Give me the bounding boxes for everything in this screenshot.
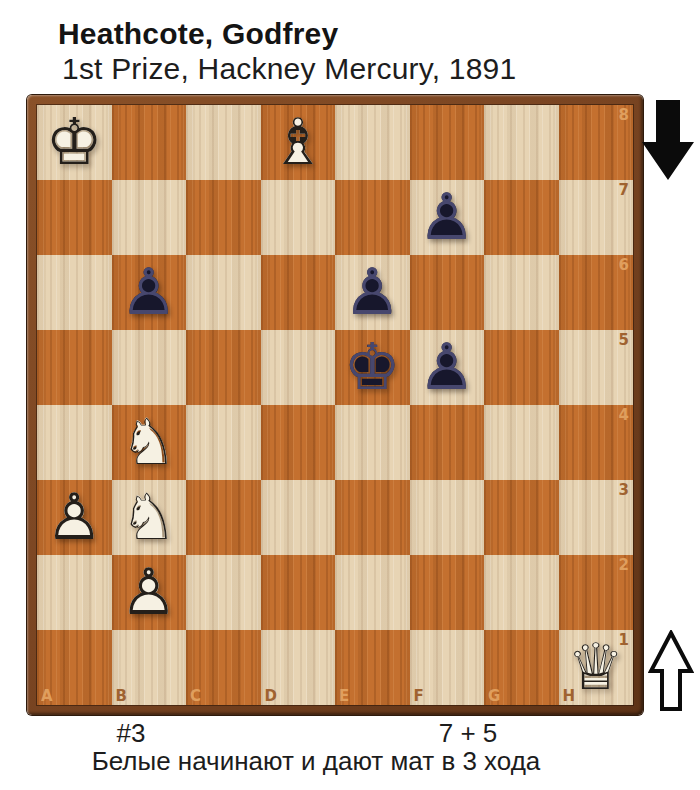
square-c5[interactable] xyxy=(186,330,261,405)
square-c1[interactable]: C xyxy=(186,630,261,705)
file-label-E: E xyxy=(339,687,349,705)
black-pawn-f7[interactable]: ♟♙ xyxy=(410,180,485,255)
file-label-G: G xyxy=(488,687,500,705)
rank-label-5: 5 xyxy=(619,331,629,349)
black-pawn-f5[interactable]: ♟♙ xyxy=(410,330,485,405)
square-f6[interactable] xyxy=(410,255,485,330)
file-label-C: C xyxy=(190,687,201,705)
white-knight-b4[interactable]: ♞♘ xyxy=(112,405,187,480)
white-bishop-d8[interactable]: ♝♗ xyxy=(261,105,336,180)
square-a8[interactable]: ♚♔ xyxy=(37,105,112,180)
caption-text: Белые начинают и дают мат в 3 хода xyxy=(0,746,632,777)
square-h7[interactable]: 7 xyxy=(559,180,634,255)
square-c8[interactable] xyxy=(186,105,261,180)
material-count: 7 + 5 xyxy=(437,718,499,749)
square-b6[interactable]: ♟♙ xyxy=(112,255,187,330)
square-d6[interactable] xyxy=(261,255,336,330)
rank-label-7: 7 xyxy=(619,181,629,199)
square-g6[interactable] xyxy=(484,255,559,330)
knight-glyph-outline: ♘ xyxy=(112,480,187,555)
rank-label-3: 3 xyxy=(619,481,629,499)
square-d2[interactable] xyxy=(261,555,336,630)
page-subtitle: 1st Prize, Hackney Mercury, 1891 xyxy=(62,52,516,86)
chess-board: ♚♔♝♗8♟♙7♟♙♟♙6♚♔♟♙5♞♘4♟♙♞♘3♟♙2ABCDEFG1H♛♕ xyxy=(27,95,643,715)
square-f3[interactable] xyxy=(410,480,485,555)
pawn-glyph-outline: ♙ xyxy=(37,480,112,555)
square-f2[interactable] xyxy=(410,555,485,630)
bishop-glyph-outline: ♗ xyxy=(261,105,336,180)
white-pawn-a3[interactable]: ♟♙ xyxy=(37,480,112,555)
square-e8[interactable] xyxy=(335,105,410,180)
file-label-D: D xyxy=(265,687,277,705)
square-e5[interactable]: ♚♔ xyxy=(335,330,410,405)
square-h1[interactable]: 1H♛♕ xyxy=(559,630,634,705)
black-pawn-b6[interactable]: ♟♙ xyxy=(112,255,187,330)
square-b1[interactable]: B xyxy=(112,630,187,705)
square-g8[interactable] xyxy=(484,105,559,180)
pawn-glyph-outline: ♙ xyxy=(410,330,485,405)
king-glyph-outline: ♔ xyxy=(37,105,112,180)
white-pawn-b2[interactable]: ♟♙ xyxy=(112,555,187,630)
white-knight-b3[interactable]: ♞♘ xyxy=(112,480,187,555)
square-e3[interactable] xyxy=(335,480,410,555)
square-b8[interactable] xyxy=(112,105,187,180)
stipulation-mate-in-3: #3 xyxy=(101,718,161,749)
square-d3[interactable] xyxy=(261,480,336,555)
square-c3[interactable] xyxy=(186,480,261,555)
square-f4[interactable] xyxy=(410,405,485,480)
square-d4[interactable] xyxy=(261,405,336,480)
square-h3[interactable]: 3 xyxy=(559,480,634,555)
file-label-F: F xyxy=(414,687,424,705)
square-c6[interactable] xyxy=(186,255,261,330)
square-e6[interactable]: ♟♙ xyxy=(335,255,410,330)
square-e7[interactable] xyxy=(335,180,410,255)
square-a1[interactable]: A xyxy=(37,630,112,705)
square-c2[interactable] xyxy=(186,555,261,630)
square-f8[interactable] xyxy=(410,105,485,180)
rank-label-8: 8 xyxy=(619,106,629,124)
square-f7[interactable]: ♟♙ xyxy=(410,180,485,255)
square-a3[interactable]: ♟♙ xyxy=(37,480,112,555)
square-c4[interactable] xyxy=(186,405,261,480)
queen-glyph-outline: ♕ xyxy=(559,630,634,705)
rank-label-2: 2 xyxy=(619,556,629,574)
square-a2[interactable] xyxy=(37,555,112,630)
black-down-arrow-icon xyxy=(642,100,694,180)
board-grid: ♚♔♝♗8♟♙7♟♙♟♙6♚♔♟♙5♞♘4♟♙♞♘3♟♙2ABCDEFG1H♛♕ xyxy=(37,105,633,705)
file-label-B: B xyxy=(116,687,127,705)
square-h2[interactable]: 2 xyxy=(559,555,634,630)
white-up-arrow-icon xyxy=(648,630,694,712)
square-a7[interactable] xyxy=(37,180,112,255)
white-queen-h1[interactable]: ♛♕ xyxy=(559,630,634,705)
square-g3[interactable] xyxy=(484,480,559,555)
king-glyph-outline: ♔ xyxy=(335,330,410,405)
pawn-glyph-outline: ♙ xyxy=(112,555,187,630)
square-g1[interactable]: G xyxy=(484,630,559,705)
pawn-glyph-outline: ♙ xyxy=(410,180,485,255)
square-b7[interactable] xyxy=(112,180,187,255)
chess-problem-page: Heathcote, Godfrey 1st Prize, Hackney Me… xyxy=(0,0,700,790)
square-a4[interactable] xyxy=(37,405,112,480)
square-g4[interactable] xyxy=(484,405,559,480)
square-g2[interactable] xyxy=(484,555,559,630)
square-b3[interactable]: ♞♘ xyxy=(112,480,187,555)
square-a5[interactable] xyxy=(37,330,112,405)
square-a6[interactable] xyxy=(37,255,112,330)
square-b5[interactable] xyxy=(112,330,187,405)
square-h5[interactable]: 5 xyxy=(559,330,634,405)
black-king-e5[interactable]: ♚♔ xyxy=(335,330,410,405)
pawn-glyph-outline: ♙ xyxy=(335,255,410,330)
square-h8[interactable]: 8 xyxy=(559,105,634,180)
square-d1[interactable]: D xyxy=(261,630,336,705)
page-title: Heathcote, Godfrey xyxy=(58,17,338,51)
rank-label-6: 6 xyxy=(619,256,629,274)
rank-label-4: 4 xyxy=(619,406,629,424)
square-b4[interactable]: ♞♘ xyxy=(112,405,187,480)
square-d5[interactable] xyxy=(261,330,336,405)
square-f1[interactable]: F xyxy=(410,630,485,705)
square-h6[interactable]: 6 xyxy=(559,255,634,330)
square-f5[interactable]: ♟♙ xyxy=(410,330,485,405)
square-b2[interactable]: ♟♙ xyxy=(112,555,187,630)
pawn-glyph-outline: ♙ xyxy=(112,255,187,330)
square-e1[interactable]: E xyxy=(335,630,410,705)
square-g5[interactable] xyxy=(484,330,559,405)
square-c7[interactable] xyxy=(186,180,261,255)
knight-glyph-outline: ♘ xyxy=(112,405,187,480)
square-d8[interactable]: ♝♗ xyxy=(261,105,336,180)
white-king-a8[interactable]: ♚♔ xyxy=(37,105,112,180)
square-e4[interactable] xyxy=(335,405,410,480)
square-d7[interactable] xyxy=(261,180,336,255)
black-pawn-e6[interactable]: ♟♙ xyxy=(335,255,410,330)
square-g7[interactable] xyxy=(484,180,559,255)
square-h4[interactable]: 4 xyxy=(559,405,634,480)
file-label-A: A xyxy=(41,687,53,705)
square-e2[interactable] xyxy=(335,555,410,630)
